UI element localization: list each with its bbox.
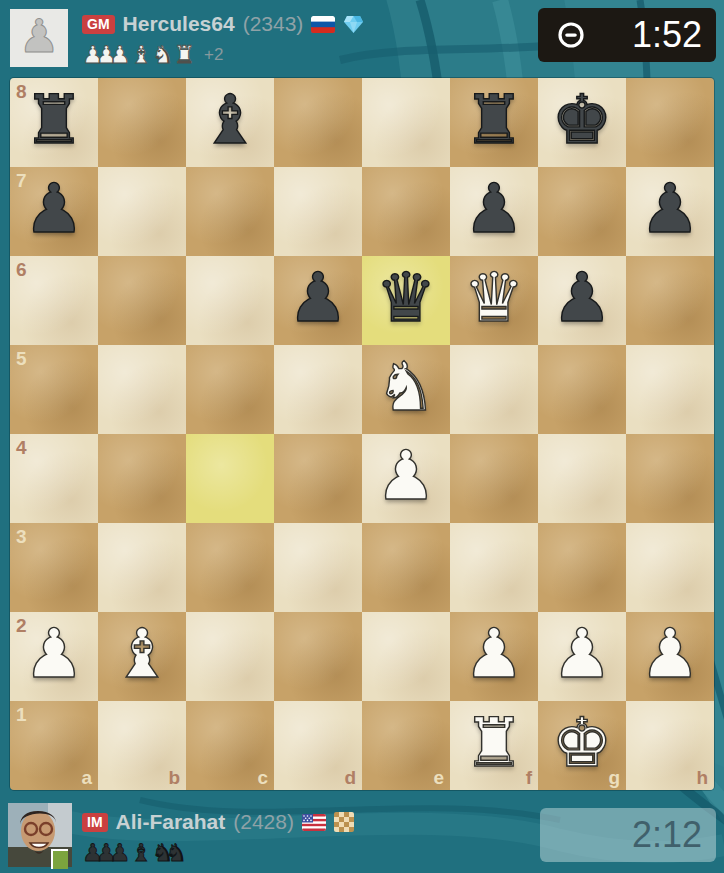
black-pawn-a7[interactable]: ♟ — [24, 175, 85, 243]
square-c8[interactable]: ♝ — [186, 78, 274, 167]
square-b6[interactable] — [98, 256, 186, 345]
white-pawn-a2[interactable]: ♟ — [24, 620, 85, 688]
file-label-f: f — [526, 768, 532, 787]
square-a7[interactable]: 7♟ — [10, 167, 98, 256]
square-f8[interactable]: ♜ — [450, 78, 538, 167]
square-d2[interactable] — [274, 612, 362, 701]
square-e1[interactable]: e — [362, 701, 450, 790]
captured-group-3: ♜ — [174, 41, 196, 69]
square-d6[interactable]: ♟ — [274, 256, 362, 345]
default-pawn-avatar-icon: ♟ — [18, 13, 59, 59]
black-pawn-f7[interactable]: ♟ — [464, 175, 525, 243]
black-queen-e6[interactable]: ♛ — [376, 264, 437, 332]
black-rook-a8[interactable]: ♜ — [24, 86, 85, 154]
square-g4[interactable] — [538, 434, 626, 523]
square-h6[interactable] — [626, 256, 714, 345]
top-clock-time: 1:52 — [586, 17, 716, 53]
square-e7[interactable] — [362, 167, 450, 256]
square-c4[interactable] — [186, 434, 274, 523]
square-e6[interactable]: ♛ — [362, 256, 450, 345]
square-d7[interactable] — [274, 167, 362, 256]
square-f2[interactable]: ♟ — [450, 612, 538, 701]
square-f3[interactable] — [450, 523, 538, 612]
square-c7[interactable] — [186, 167, 274, 256]
bottom-player-rating: (2428) — [233, 810, 294, 834]
square-e8[interactable] — [362, 78, 450, 167]
rank-label-4: 4 — [16, 438, 27, 457]
square-b7[interactable] — [98, 167, 186, 256]
rank-label-1: 1 — [16, 705, 27, 724]
im-title-badge[interactable]: IM — [82, 813, 108, 832]
captured-group-2: ♞♞ — [152, 839, 187, 867]
online-status-indicator — [51, 849, 68, 869]
white-queen-f6[interactable]: ♛ — [464, 264, 525, 332]
black-bishop-c8[interactable]: ♝ — [200, 86, 261, 154]
rank-label-6: 6 — [16, 260, 27, 279]
square-h1[interactable]: h — [626, 701, 714, 790]
square-h5[interactable] — [626, 345, 714, 434]
top-player-info: GM Hercules64 (2343) ♟♟♟♝♞♜ +2 — [82, 10, 364, 70]
white-rook-f1[interactable]: ♜ — [464, 709, 525, 777]
top-player-clock: 1:52 — [538, 8, 716, 62]
square-e2[interactable] — [362, 612, 450, 701]
diamond-membership-icon — [343, 15, 364, 34]
file-label-h: h — [696, 768, 708, 787]
white-pawn-g2[interactable]: ♟ — [552, 620, 613, 688]
square-f6[interactable]: ♛ — [450, 256, 538, 345]
square-g6[interactable]: ♟ — [538, 256, 626, 345]
square-b3[interactable] — [98, 523, 186, 612]
square-b4[interactable] — [98, 434, 186, 523]
square-d1[interactable]: d — [274, 701, 362, 790]
square-f4[interactable] — [450, 434, 538, 523]
square-d5[interactable] — [274, 345, 362, 434]
rank-label-5: 5 — [16, 349, 27, 368]
top-player-name[interactable]: Hercules64 — [123, 12, 235, 36]
top-player-avatar[interactable]: ♟ — [10, 9, 68, 67]
bottom-player-bar: IM Ali-Farahat (2428) ♟♟♟♝♞♞ — [0, 798, 724, 873]
clock-active-icon — [556, 20, 586, 50]
square-a4[interactable]: 4 — [10, 434, 98, 523]
file-label-e: e — [433, 768, 444, 787]
white-pawn-e4[interactable]: ♟ — [376, 442, 437, 510]
bottom-captured-pieces: ♟♟♟♝♞♞ — [82, 838, 354, 868]
square-c6[interactable] — [186, 256, 274, 345]
square-c1[interactable]: c — [186, 701, 274, 790]
white-pawn-h2[interactable]: ♟ — [640, 620, 701, 688]
top-captured-pieces: ♟♟♟♝♞♜ +2 — [82, 40, 364, 70]
square-a6[interactable]: 6 — [10, 256, 98, 345]
black-king-g8[interactable]: ♚ — [552, 86, 613, 154]
file-label-c: c — [257, 768, 268, 787]
square-b5[interactable] — [98, 345, 186, 434]
white-king-g1[interactable]: ♚ — [552, 709, 613, 777]
gm-title-badge[interactable]: GM — [82, 15, 115, 34]
top-player-bar: ♟ GM Hercules64 (2343) ♟♟♟♝♞♜ +2 — [0, 0, 724, 78]
bottom-player-avatar[interactable] — [8, 803, 72, 867]
square-g1[interactable]: g♚ — [538, 701, 626, 790]
captured-group-1: ♝ — [131, 839, 153, 867]
square-d8[interactable] — [274, 78, 362, 167]
square-a8[interactable]: 8♜ — [10, 78, 98, 167]
square-e3[interactable] — [362, 523, 450, 612]
bottom-clock-time: 2:12 — [540, 817, 716, 853]
square-b8[interactable] — [98, 78, 186, 167]
square-d4[interactable] — [274, 434, 362, 523]
black-rook-f8[interactable]: ♜ — [464, 86, 525, 154]
square-f7[interactable]: ♟ — [450, 167, 538, 256]
square-c3[interactable] — [186, 523, 274, 612]
square-h2[interactable]: ♟ — [626, 612, 714, 701]
square-a5[interactable]: 5 — [10, 345, 98, 434]
square-d3[interactable] — [274, 523, 362, 612]
white-knight-e5[interactable]: ♞ — [376, 353, 437, 421]
material-advantage: +2 — [204, 45, 223, 65]
captured-group-0: ♟♟♟ — [82, 839, 131, 867]
square-g5[interactable] — [538, 345, 626, 434]
white-pawn-f2[interactable]: ♟ — [464, 620, 525, 688]
square-h4[interactable] — [626, 434, 714, 523]
file-label-a: a — [81, 768, 92, 787]
square-h7[interactable]: ♟ — [626, 167, 714, 256]
square-g3[interactable] — [538, 523, 626, 612]
bottom-player-clock: 2:12 — [540, 808, 716, 862]
square-e4[interactable]: ♟ — [362, 434, 450, 523]
rank-label-3: 3 — [16, 527, 27, 546]
black-pawn-d6[interactable]: ♟ — [288, 264, 349, 332]
square-h3[interactable] — [626, 523, 714, 612]
bottom-player-info: IM Ali-Farahat (2428) ♟♟♟♝♞♞ — [82, 808, 354, 868]
checkerboard-membership-icon — [334, 812, 354, 832]
captured-group-1: ♝ — [131, 41, 153, 69]
file-label-b: b — [168, 768, 180, 787]
square-g7[interactable] — [538, 167, 626, 256]
square-b2[interactable]: ♝ — [98, 612, 186, 701]
usa-flag-icon — [302, 814, 326, 831]
square-b1[interactable]: b — [98, 701, 186, 790]
square-f5[interactable] — [450, 345, 538, 434]
square-a3[interactable]: 3 — [10, 523, 98, 612]
square-a2[interactable]: 2♟ — [10, 612, 98, 701]
white-bishop-b2[interactable]: ♝ — [112, 620, 173, 688]
square-c5[interactable] — [186, 345, 274, 434]
file-label-d: d — [344, 768, 356, 787]
square-e5[interactable]: ♞ — [362, 345, 450, 434]
captured-group-0: ♟♟♟ — [82, 41, 131, 69]
square-h8[interactable] — [626, 78, 714, 167]
square-f1[interactable]: f♜ — [450, 701, 538, 790]
square-c2[interactable] — [186, 612, 274, 701]
square-a1[interactable]: 1a — [10, 701, 98, 790]
square-g2[interactable]: ♟ — [538, 612, 626, 701]
captured-group-2: ♞ — [152, 41, 174, 69]
black-pawn-h7[interactable]: ♟ — [640, 175, 701, 243]
black-pawn-g6[interactable]: ♟ — [552, 264, 613, 332]
square-g8[interactable]: ♚ — [538, 78, 626, 167]
bottom-player-name[interactable]: Ali-Farahat — [116, 810, 226, 834]
russia-flag-icon — [311, 16, 335, 33]
top-player-rating: (2343) — [243, 12, 304, 36]
board[interactable]: 8♜♝♜♚7♟♟♟6♟♛♛♟5♞4♟32♟♝♟♟♟1abcdef♜g♚h — [10, 78, 714, 790]
